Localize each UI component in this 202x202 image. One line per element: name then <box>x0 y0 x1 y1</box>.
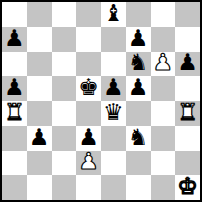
square-g3[interactable] <box>151 126 176 151</box>
black-pawn-icon: ♟ <box>78 126 99 149</box>
square-d1[interactable] <box>76 175 101 200</box>
square-h4[interactable]: ♜ <box>175 101 200 126</box>
square-f5[interactable]: ♟ <box>126 76 151 101</box>
square-h1[interactable]: ♚ <box>175 175 200 200</box>
square-c7[interactable] <box>52 27 77 52</box>
square-g5[interactable] <box>151 76 176 101</box>
square-e5[interactable]: ♟ <box>101 76 126 101</box>
black-pawn-icon: ♟ <box>4 27 25 50</box>
square-c1[interactable] <box>52 175 77 200</box>
square-c8[interactable] <box>52 2 77 27</box>
square-h3[interactable] <box>175 126 200 151</box>
square-b2[interactable] <box>27 151 52 176</box>
square-g1[interactable] <box>151 175 176 200</box>
square-d6[interactable] <box>76 52 101 77</box>
square-b3[interactable]: ♟ <box>27 126 52 151</box>
black-knight-icon: ♞ <box>128 126 149 149</box>
square-a4[interactable]: ♜ <box>2 101 27 126</box>
black-pawn-icon: ♟ <box>103 76 124 99</box>
square-e2[interactable] <box>101 151 126 176</box>
black-bishop-icon: ♝ <box>103 2 124 25</box>
black-king-icon: ♚ <box>78 76 99 99</box>
square-a8[interactable] <box>2 2 27 27</box>
square-a6[interactable] <box>2 52 27 77</box>
square-b4[interactable] <box>27 101 52 126</box>
square-g8[interactable] <box>151 2 176 27</box>
square-e3[interactable] <box>101 126 126 151</box>
square-f6[interactable]: ♞ <box>126 52 151 77</box>
square-h2[interactable] <box>175 151 200 176</box>
square-f1[interactable] <box>126 175 151 200</box>
square-g4[interactable] <box>151 101 176 126</box>
black-pawn-icon: ♟ <box>4 76 25 99</box>
square-d4[interactable] <box>76 101 101 126</box>
square-c2[interactable] <box>52 151 77 176</box>
square-a1[interactable] <box>2 175 27 200</box>
square-h6[interactable]: ♟ <box>175 52 200 77</box>
square-g7[interactable] <box>151 27 176 52</box>
square-f4[interactable] <box>126 101 151 126</box>
white-pawn-icon: ♟ <box>153 52 174 75</box>
white-rook-icon: ♜ <box>177 101 198 124</box>
square-d3[interactable]: ♟ <box>76 126 101 151</box>
square-e8[interactable]: ♝ <box>101 2 126 27</box>
white-rook-icon: ♜ <box>4 101 25 124</box>
square-c5[interactable] <box>52 76 77 101</box>
square-a7[interactable]: ♟ <box>2 27 27 52</box>
square-d2[interactable]: ♟ <box>76 151 101 176</box>
square-d5[interactable]: ♚ <box>76 76 101 101</box>
square-g6[interactable]: ♟ <box>151 52 176 77</box>
square-e1[interactable] <box>101 175 126 200</box>
square-e4[interactable]: ♛ <box>101 101 126 126</box>
white-pawn-icon: ♟ <box>78 151 99 174</box>
square-h7[interactable] <box>175 27 200 52</box>
square-e7[interactable] <box>101 27 126 52</box>
square-d8[interactable] <box>76 2 101 27</box>
black-knight-icon: ♞ <box>128 52 149 75</box>
square-a5[interactable]: ♟ <box>2 76 27 101</box>
square-h8[interactable] <box>175 2 200 27</box>
square-c6[interactable] <box>52 52 77 77</box>
black-pawn-icon: ♟ <box>177 52 198 75</box>
square-f7[interactable]: ♟ <box>126 27 151 52</box>
square-e6[interactable] <box>101 52 126 77</box>
square-b5[interactable] <box>27 76 52 101</box>
square-b7[interactable] <box>27 27 52 52</box>
square-a3[interactable] <box>2 126 27 151</box>
square-c4[interactable] <box>52 101 77 126</box>
black-pawn-icon: ♟ <box>128 76 149 99</box>
square-d7[interactable] <box>76 27 101 52</box>
black-pawn-icon: ♟ <box>29 126 50 149</box>
white-king-icon: ♚ <box>177 175 198 198</box>
black-pawn-icon: ♟ <box>128 27 149 50</box>
square-g2[interactable] <box>151 151 176 176</box>
square-b6[interactable] <box>27 52 52 77</box>
chess-diagram: ♝♟♟♞♟♟♟♚♟♟♜♛♜♟♟♞♟♚ <box>0 0 202 202</box>
square-h5[interactable] <box>175 76 200 101</box>
square-f3[interactable]: ♞ <box>126 126 151 151</box>
square-b8[interactable] <box>27 2 52 27</box>
square-a2[interactable] <box>2 151 27 176</box>
square-f2[interactable] <box>126 151 151 176</box>
square-c3[interactable] <box>52 126 77 151</box>
chess-board: ♝♟♟♞♟♟♟♚♟♟♜♛♜♟♟♞♟♚ <box>0 0 202 202</box>
square-f8[interactable] <box>126 2 151 27</box>
black-queen-icon: ♛ <box>103 101 124 124</box>
square-b1[interactable] <box>27 175 52 200</box>
